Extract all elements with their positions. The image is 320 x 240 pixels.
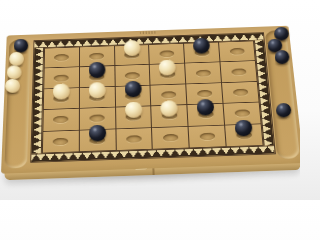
dimple: [54, 54, 69, 61]
dimple: [231, 68, 246, 75]
cell-r5c6[interactable]: [225, 124, 262, 146]
dimple: [234, 110, 250, 118]
black-marble[interactable]: [275, 103, 291, 118]
dimple: [54, 116, 69, 124]
dimple: [199, 132, 215, 140]
cream-marble[interactable]: [4, 79, 19, 93]
dimple: [233, 89, 249, 96]
cell-r5c3[interactable]: [116, 128, 152, 150]
cell-r4c1[interactable]: [43, 109, 78, 131]
dimple: [161, 91, 176, 98]
cell-r3c2[interactable]: [80, 87, 115, 108]
cell-r3c6[interactable]: [222, 82, 258, 103]
dimple: [126, 135, 142, 143]
cell-r2c4[interactable]: [150, 64, 185, 85]
decorated-frame: [30, 32, 276, 163]
cell-r4c3[interactable]: [116, 106, 152, 128]
cell-r2c6[interactable]: [221, 61, 257, 82]
cream-marble[interactable]: [52, 83, 70, 100]
black-marble[interactable]: [88, 61, 105, 77]
black-marble[interactable]: [13, 39, 28, 53]
board-grid: [42, 41, 264, 154]
cell-r5c2[interactable]: [80, 129, 116, 151]
left-marble-tray[interactable]: [4, 39, 30, 169]
cell-r5c1[interactable]: [43, 130, 79, 152]
cell-r5c4[interactable]: [152, 126, 189, 148]
cell-r4c5[interactable]: [188, 104, 224, 126]
dimple: [229, 48, 244, 55]
black-marble[interactable]: [274, 50, 289, 64]
game-board: [1, 26, 300, 174]
cream-marble[interactable]: [6, 65, 21, 79]
dimple: [53, 138, 68, 146]
photo-tilt-wrapper: [0, 0, 300, 200]
cell-r5c5[interactable]: [189, 125, 226, 147]
dimple: [163, 134, 179, 142]
black-marble[interactable]: [124, 81, 142, 98]
dimple: [196, 69, 211, 76]
maker-stamp: [140, 31, 157, 34]
cell-r2c5[interactable]: [185, 63, 221, 84]
cell-r1c6[interactable]: [219, 41, 255, 61]
dimple: [197, 90, 212, 97]
cell-r4c4[interactable]: [152, 105, 188, 127]
cell-r3c1[interactable]: [44, 88, 79, 109]
cream-marble[interactable]: [88, 82, 106, 99]
dimple: [90, 53, 105, 60]
cell-r1c5[interactable]: [184, 43, 219, 63]
dimple: [125, 72, 140, 79]
dimple: [54, 74, 69, 81]
cell-r1c1[interactable]: [45, 47, 79, 68]
cell-r1c3[interactable]: [115, 45, 150, 65]
cream-marble[interactable]: [8, 52, 23, 66]
dimple: [159, 50, 174, 57]
perspective-scene: [0, 0, 300, 200]
dimple: [90, 115, 105, 123]
black-marble[interactable]: [88, 124, 106, 141]
